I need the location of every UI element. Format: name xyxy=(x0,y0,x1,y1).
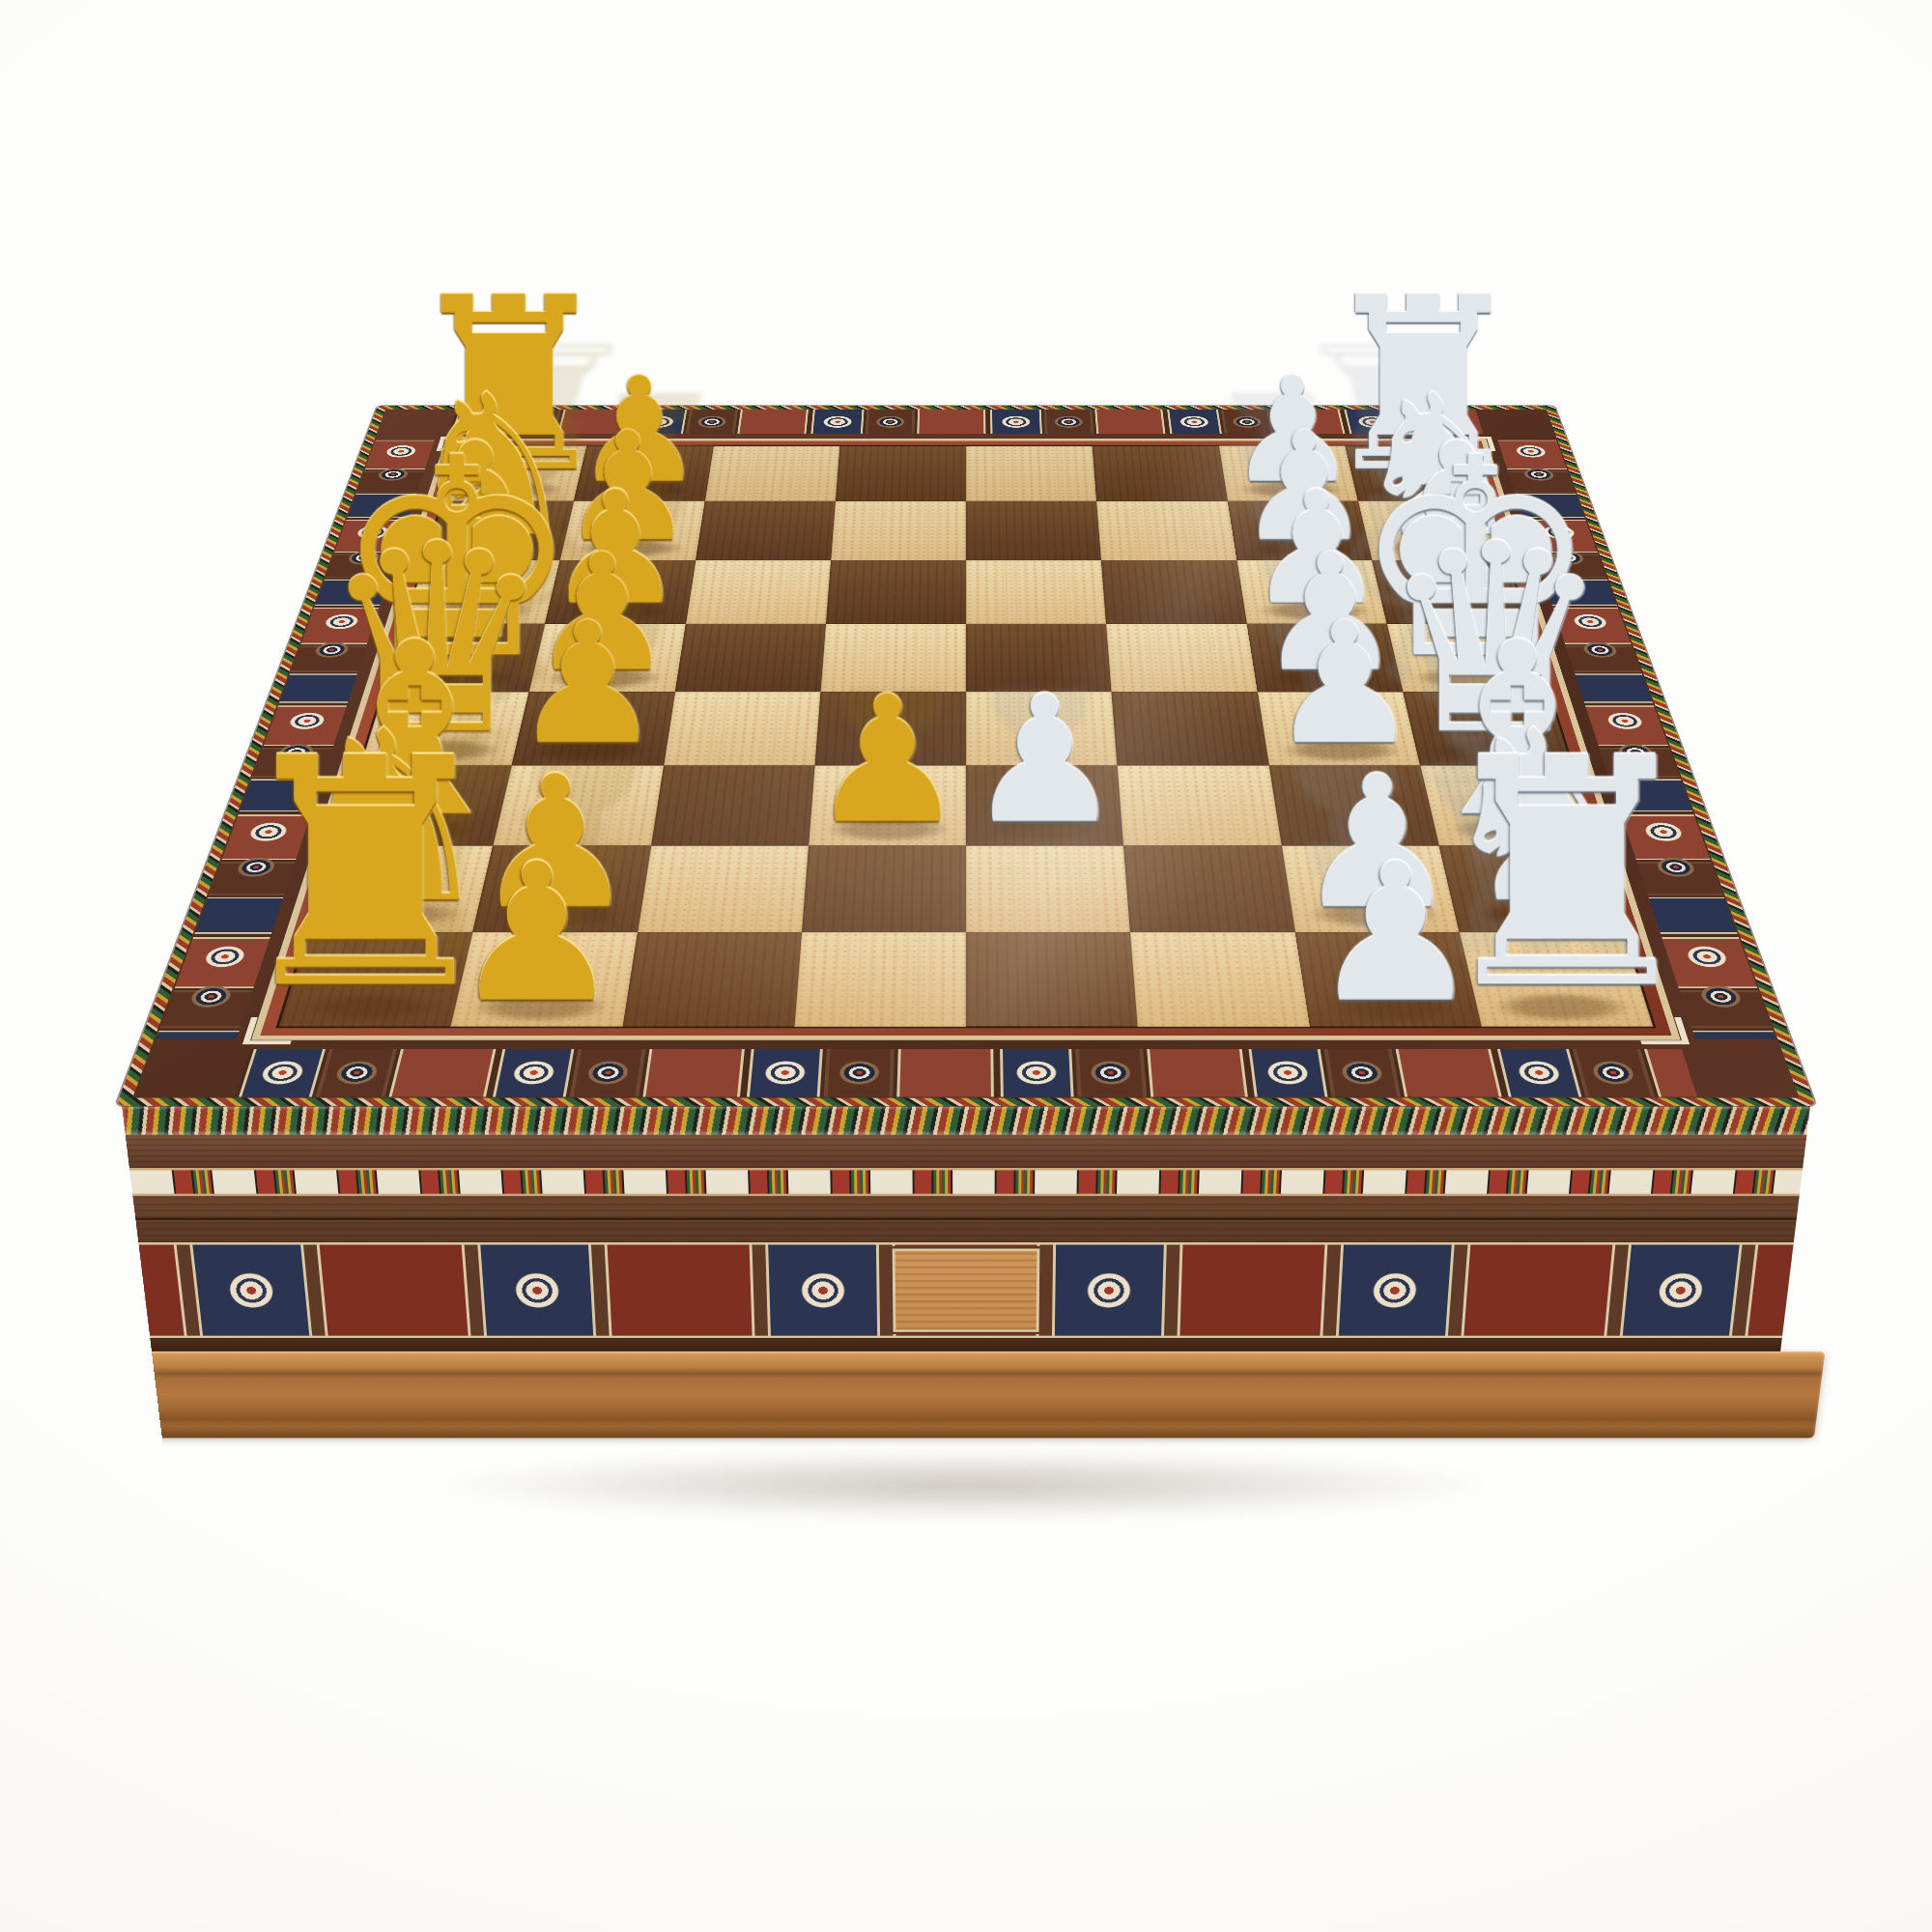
square-e3 xyxy=(675,624,826,693)
base-plinth xyxy=(107,1351,1826,1438)
square-b6 xyxy=(1123,845,1294,932)
square-a4 xyxy=(794,932,966,1027)
square-g4 xyxy=(831,501,966,560)
square-d6 xyxy=(1112,692,1269,765)
square-g5 xyxy=(966,501,1101,560)
square-a8: ♜♜ xyxy=(1460,932,1654,1027)
oak-center-panel xyxy=(895,1251,1037,1330)
square-c3 xyxy=(651,766,815,846)
front-wood-band-mid xyxy=(132,1196,1799,1242)
square-a5 xyxy=(966,932,1138,1027)
checkerboard: ♜♜♟♟♟♟♜♜♞♞♟♟♟♟♞♞♝♝♟♟♟♟♝♝♚♚♟♟♟♟♚♚♛♛♟♟♟♟♛♛… xyxy=(279,446,1654,1027)
square-a3 xyxy=(622,932,801,1027)
square-a6 xyxy=(1130,932,1309,1027)
square-h5 xyxy=(966,446,1096,501)
front-wood-band-lower xyxy=(150,1338,1782,1351)
front-motif-band xyxy=(138,1242,1794,1338)
striped-chamfer xyxy=(122,1106,1810,1135)
silver-pawn-c5: ♟ xyxy=(966,677,1123,843)
square-c4: ♟♟ xyxy=(809,766,966,846)
square-f6 xyxy=(1101,560,1246,624)
square-b5 xyxy=(966,845,1130,932)
box-front xyxy=(122,1106,1810,1351)
gold-pawn-c4: ♟ xyxy=(809,677,966,843)
square-d3 xyxy=(664,692,821,765)
perspective-stage: ♜♜♟♟♟♟♜♜♞♞♟♟♟♟♞♞♝♝♟♟♟♟♝♝♚♚♟♟♟♟♚♚♛♛♟♟♟♟♛♛… xyxy=(0,0,1932,1932)
board-box-top: ♜♜♟♟♟♟♜♜♞♞♟♟♟♟♞♞♝♝♟♟♟♟♝♝♚♚♟♟♟♟♚♚♛♛♟♟♟♟♛♛… xyxy=(116,406,1816,1106)
square-h3 xyxy=(704,446,839,501)
square-g3 xyxy=(696,501,836,560)
front-wood-band-upper xyxy=(126,1135,1807,1168)
corner-mark-front-left xyxy=(242,1017,298,1044)
mosaic-border-back xyxy=(448,410,1483,434)
square-c6 xyxy=(1118,766,1282,846)
square-b4 xyxy=(802,845,966,932)
square-a1: ♜♜ xyxy=(279,932,473,1027)
lid-seam xyxy=(135,1218,1797,1220)
square-f3 xyxy=(686,560,831,624)
corner-mark-front-right xyxy=(1634,1017,1690,1044)
square-h6 xyxy=(1093,446,1228,501)
square-c5: ♟♟ xyxy=(966,766,1123,846)
square-f4 xyxy=(826,560,966,624)
corner-mark-back-right xyxy=(1456,437,1495,451)
square-e6 xyxy=(1106,624,1257,693)
square-g6 xyxy=(1096,501,1236,560)
corner-mark-back-left xyxy=(437,437,476,451)
square-b3 xyxy=(638,845,809,932)
square-f5 xyxy=(966,560,1106,624)
square-h4 xyxy=(836,446,966,501)
front-inlay-strip xyxy=(129,1168,1803,1196)
chess-set-product-photo: ♜♜♟♟♟♟♜♜♞♞♟♟♟♟♞♞♝♝♟♟♟♟♝♝♚♚♟♟♟♟♚♚♛♛♟♟♟♟♛♛… xyxy=(0,0,1932,1932)
mosaic-border-front xyxy=(235,1049,1697,1097)
